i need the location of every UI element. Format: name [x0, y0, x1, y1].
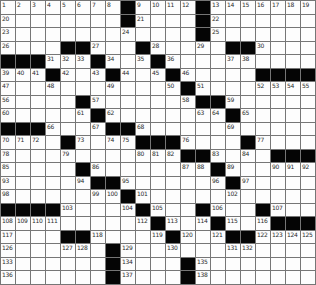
cell-r2-c1[interactable]: 20	[1, 15, 16, 29]
cell-r18-c4[interactable]	[46, 231, 61, 245]
cell-r21-c17[interactable]	[241, 271, 256, 285]
cell-r1-c5[interactable]: 5	[61, 1, 76, 15]
cell-r3-c19[interactable]	[271, 28, 286, 42]
cell-r9-c12[interactable]	[166, 109, 181, 123]
cell-r8-c18[interactable]	[256, 96, 271, 110]
cell-r7-c16[interactable]	[226, 82, 241, 96]
cell-r5-c8[interactable]: 34	[106, 55, 121, 69]
cell-r17-c3[interactable]: 110	[31, 217, 46, 231]
cell-r19-c10[interactable]	[136, 244, 151, 258]
cell-r16-c6[interactable]	[76, 204, 91, 218]
cell-r6-c5[interactable]: 42	[61, 69, 76, 83]
cell-r2-c16[interactable]	[226, 15, 241, 29]
cell-r20-c17[interactable]	[241, 258, 256, 272]
cell-r14-c15[interactable]: 96	[211, 177, 226, 191]
cell-r20-c6[interactable]	[76, 258, 91, 272]
cell-r14-c3[interactable]	[31, 177, 46, 191]
cell-r3-c3[interactable]	[31, 28, 46, 42]
cell-r11-c7[interactable]	[91, 136, 106, 150]
cell-r2-c4[interactable]	[46, 15, 61, 29]
cell-r11-c16[interactable]	[226, 136, 241, 150]
cell-r14-c14[interactable]	[196, 177, 211, 191]
cell-r16-c20[interactable]	[286, 204, 301, 218]
cell-r19-c1[interactable]: 126	[1, 244, 16, 258]
cell-r13-c1[interactable]: 85	[1, 163, 16, 177]
cell-r18-c2[interactable]	[16, 231, 31, 245]
cell-r9-c13[interactable]	[181, 109, 196, 123]
cell-r11-c15[interactable]	[211, 136, 226, 150]
cell-r20-c11[interactable]	[151, 258, 166, 272]
cell-r16-c12[interactable]	[166, 204, 181, 218]
cell-r8-c21[interactable]	[301, 96, 316, 110]
cell-r8-c17[interactable]	[241, 96, 256, 110]
cell-r9-c9[interactable]	[121, 109, 136, 123]
cell-r11-c1[interactable]: 70	[1, 136, 16, 150]
cell-r12-c5[interactable]: 79	[61, 150, 76, 164]
cell-r15-c7[interactable]: 99	[91, 190, 106, 204]
cell-r14-c20[interactable]	[286, 177, 301, 191]
cell-r20-c15[interactable]	[211, 258, 226, 272]
cell-r4-c8[interactable]	[106, 42, 121, 56]
cell-r2-c2[interactable]	[16, 15, 31, 29]
cell-r5-c16[interactable]: 37	[226, 55, 241, 69]
cell-r7-c9[interactable]	[121, 82, 136, 96]
cell-r3-c6[interactable]	[76, 28, 91, 42]
cell-r12-c7[interactable]	[91, 150, 106, 164]
cell-r12-c11[interactable]: 81	[151, 150, 166, 164]
cell-r1-c15[interactable]: 13	[211, 1, 226, 15]
cell-r14-c13[interactable]	[181, 177, 196, 191]
cell-r10-c21[interactable]	[301, 123, 316, 137]
cell-r13-c9[interactable]	[121, 163, 136, 177]
cell-r12-c4[interactable]	[46, 150, 61, 164]
cell-r15-c16[interactable]: 102	[226, 190, 241, 204]
cell-r10-c12[interactable]	[166, 123, 181, 137]
cell-r11-c3[interactable]: 72	[31, 136, 46, 150]
cell-r9-c14[interactable]: 63	[196, 109, 211, 123]
cell-r13-c11[interactable]	[151, 163, 166, 177]
cell-r5-c5[interactable]: 32	[61, 55, 76, 69]
cell-r2-c15[interactable]: 22	[211, 15, 226, 29]
cell-r18-c7[interactable]: 118	[91, 231, 106, 245]
cell-r7-c3[interactable]	[31, 82, 46, 96]
cell-r6-c13[interactable]: 46	[181, 69, 196, 83]
cell-r16-c16[interactable]	[226, 204, 241, 218]
cell-r14-c5[interactable]	[61, 177, 76, 191]
cell-r11-c4[interactable]	[46, 136, 61, 150]
cell-r7-c19[interactable]: 53	[271, 82, 286, 96]
cell-r4-c12[interactable]	[166, 42, 181, 56]
cell-r21-c19[interactable]	[271, 271, 286, 285]
cell-r6-c17[interactable]	[241, 69, 256, 83]
cell-r6-c2[interactable]: 40	[16, 69, 31, 83]
cell-r21-c4[interactable]	[46, 271, 61, 285]
cell-r14-c18[interactable]	[256, 177, 271, 191]
cell-r5-c6[interactable]: 33	[76, 55, 91, 69]
cell-r3-c18[interactable]	[256, 28, 271, 42]
cell-r10-c6[interactable]	[76, 123, 91, 137]
cell-r10-c7[interactable]: 67	[91, 123, 106, 137]
cell-r13-c10[interactable]	[136, 163, 151, 177]
cell-r20-c18[interactable]	[256, 258, 271, 272]
cell-r10-c4[interactable]: 66	[46, 123, 61, 137]
cell-r17-c5[interactable]	[61, 217, 76, 231]
cell-r17-c2[interactable]: 109	[16, 217, 31, 231]
cell-r19-c3[interactable]	[31, 244, 46, 258]
cell-r12-c2[interactable]	[16, 150, 31, 164]
cell-r4-c15[interactable]	[211, 42, 226, 56]
cell-r7-c14[interactable]: 51	[196, 82, 211, 96]
cell-r10-c20[interactable]	[286, 123, 301, 137]
cell-r7-c2[interactable]	[16, 82, 31, 96]
cell-r1-c1[interactable]: 1	[1, 1, 16, 15]
cell-r13-c4[interactable]	[46, 163, 61, 177]
cell-r13-c12[interactable]	[166, 163, 181, 177]
cell-r12-c1[interactable]: 78	[1, 150, 16, 164]
cell-r12-c16[interactable]	[226, 150, 241, 164]
cell-r3-c8[interactable]	[106, 28, 121, 42]
cell-r2-c7[interactable]	[91, 15, 106, 29]
cell-r16-c9[interactable]: 104	[121, 204, 136, 218]
cell-r7-c10[interactable]	[136, 82, 151, 96]
cell-r5-c21[interactable]	[301, 55, 316, 69]
cell-r9-c17[interactable]: 65	[241, 109, 256, 123]
cell-r18-c11[interactable]: 119	[151, 231, 166, 245]
cell-r9-c10[interactable]	[136, 109, 151, 123]
cell-r13-c13[interactable]: 87	[181, 163, 196, 177]
cell-r21-c9[interactable]: 137	[121, 271, 136, 285]
cell-r12-c15[interactable]: 83	[211, 150, 226, 164]
cell-r3-c11[interactable]	[151, 28, 166, 42]
cell-r20-c12[interactable]	[166, 258, 181, 272]
cell-r10-c5[interactable]	[61, 123, 76, 137]
cell-r18-c8[interactable]	[106, 231, 121, 245]
cell-r21-c12[interactable]	[166, 271, 181, 285]
cell-r3-c20[interactable]	[286, 28, 301, 42]
cell-r14-c11[interactable]	[151, 177, 166, 191]
cell-r21-c20[interactable]	[286, 271, 301, 285]
cell-r18-c18[interactable]: 122	[256, 231, 271, 245]
cell-r19-c11[interactable]	[151, 244, 166, 258]
cell-r14-c9[interactable]: 95	[121, 177, 136, 191]
cell-r18-c3[interactable]	[31, 231, 46, 245]
cell-r14-c6[interactable]: 94	[76, 177, 91, 191]
cell-r15-c3[interactable]	[31, 190, 46, 204]
cell-r19-c12[interactable]: 130	[166, 244, 181, 258]
cell-r13-c19[interactable]: 90	[271, 163, 286, 177]
cell-r21-c21[interactable]	[301, 271, 316, 285]
cell-r9-c1[interactable]: 60	[1, 109, 16, 123]
cell-r14-c21[interactable]	[301, 177, 316, 191]
cell-r15-c4[interactable]	[46, 190, 61, 204]
cell-r21-c3[interactable]	[31, 271, 46, 285]
cell-r5-c10[interactable]: 35	[136, 55, 151, 69]
cell-r5-c9[interactable]	[121, 55, 136, 69]
cell-r17-c10[interactable]: 112	[136, 217, 151, 231]
cell-r20-c14[interactable]: 135	[196, 258, 211, 272]
cell-r13-c8[interactable]	[106, 163, 121, 177]
cell-r8-c9[interactable]	[121, 96, 136, 110]
cell-r15-c14[interactable]	[196, 190, 211, 204]
cell-r16-c17[interactable]	[241, 204, 256, 218]
cell-r2-c8[interactable]	[106, 15, 121, 29]
cell-r2-c6[interactable]	[76, 15, 91, 29]
cell-r19-c5[interactable]: 127	[61, 244, 76, 258]
cell-r4-c9[interactable]	[121, 42, 136, 56]
cell-r10-c19[interactable]	[271, 123, 286, 137]
cell-r2-c19[interactable]	[271, 15, 286, 29]
cell-r4-c19[interactable]	[271, 42, 286, 56]
cell-r9-c20[interactable]	[286, 109, 301, 123]
cell-r11-c18[interactable]: 77	[256, 136, 271, 150]
cell-r17-c13[interactable]	[181, 217, 196, 231]
cell-r9-c11[interactable]	[151, 109, 166, 123]
cell-r17-c14[interactable]: 114	[196, 217, 211, 231]
cell-r2-c12[interactable]	[166, 15, 181, 29]
cell-r21-c11[interactable]	[151, 271, 166, 285]
cell-r1-c13[interactable]: 12	[181, 1, 196, 15]
cell-r21-c18[interactable]	[256, 271, 271, 285]
cell-r3-c1[interactable]: 23	[1, 28, 16, 42]
cell-r4-c13[interactable]	[181, 42, 196, 56]
cell-r1-c7[interactable]: 7	[91, 1, 106, 15]
cell-r6-c6[interactable]	[76, 69, 91, 83]
cell-r11-c20[interactable]	[286, 136, 301, 150]
cell-r1-c4[interactable]: 4	[46, 1, 61, 15]
cell-r15-c2[interactable]	[16, 190, 31, 204]
cell-r18-c9[interactable]	[121, 231, 136, 245]
cell-r19-c9[interactable]: 129	[121, 244, 136, 258]
cell-r18-c15[interactable]: 121	[211, 231, 226, 245]
cell-r21-c15[interactable]	[211, 271, 226, 285]
cell-r4-c14[interactable]: 29	[196, 42, 211, 56]
cell-r6-c7[interactable]: 43	[91, 69, 106, 83]
cell-r11-c14[interactable]	[196, 136, 211, 150]
cell-r11-c19[interactable]	[271, 136, 286, 150]
cell-r5-c13[interactable]	[181, 55, 196, 69]
cell-r11-c2[interactable]: 71	[16, 136, 31, 150]
cell-r21-c10[interactable]	[136, 271, 151, 285]
cell-r20-c5[interactable]	[61, 258, 76, 272]
cell-r6-c1[interactable]: 39	[1, 69, 16, 83]
cell-r7-c15[interactable]	[211, 82, 226, 96]
cell-r17-c12[interactable]: 113	[166, 217, 181, 231]
cell-r5-c18[interactable]	[256, 55, 271, 69]
cell-r10-c18[interactable]	[256, 123, 271, 137]
cell-r1-c8[interactable]: 8	[106, 1, 121, 15]
cell-r8-c19[interactable]	[271, 96, 286, 110]
cell-r3-c16[interactable]	[226, 28, 241, 42]
cell-r14-c10[interactable]	[136, 177, 151, 191]
cell-r12-c8[interactable]	[106, 150, 121, 164]
cell-r13-c2[interactable]	[16, 163, 31, 177]
cell-r1-c18[interactable]: 16	[256, 1, 271, 15]
cell-r11-c21[interactable]	[301, 136, 316, 150]
cell-r16-c7[interactable]	[91, 204, 106, 218]
cell-r4-c11[interactable]: 28	[151, 42, 166, 56]
cell-r3-c4[interactable]	[46, 28, 61, 42]
cell-r13-c5[interactable]	[61, 163, 76, 177]
cell-r19-c18[interactable]	[256, 244, 271, 258]
cell-r1-c19[interactable]: 17	[271, 1, 286, 15]
cell-r18-c1[interactable]: 117	[1, 231, 16, 245]
cell-r13-c16[interactable]: 89	[226, 163, 241, 177]
cell-r8-c12[interactable]	[166, 96, 181, 110]
cell-r7-c20[interactable]: 54	[286, 82, 301, 96]
cell-r14-c19[interactable]	[271, 177, 286, 191]
cell-r7-c4[interactable]: 48	[46, 82, 61, 96]
cell-r20-c10[interactable]	[136, 258, 151, 272]
cell-r8-c20[interactable]	[286, 96, 301, 110]
cell-r5-c20[interactable]	[286, 55, 301, 69]
cell-r3-c13[interactable]	[181, 28, 196, 42]
cell-r9-c6[interactable]: 61	[76, 109, 91, 123]
cell-r18-c13[interactable]: 120	[181, 231, 196, 245]
cell-r4-c18[interactable]: 30	[256, 42, 271, 56]
cell-r13-c7[interactable]: 86	[91, 163, 106, 177]
cell-r20-c1[interactable]: 133	[1, 258, 16, 272]
cell-r1-c3[interactable]: 3	[31, 1, 46, 15]
cell-r19-c6[interactable]: 128	[76, 244, 91, 258]
cell-r16-c8[interactable]	[106, 204, 121, 218]
cell-r13-c21[interactable]: 92	[301, 163, 316, 177]
cell-r19-c19[interactable]	[271, 244, 286, 258]
cell-r14-c2[interactable]	[16, 177, 31, 191]
cell-r17-c6[interactable]	[76, 217, 91, 231]
cell-r16-c19[interactable]: 107	[271, 204, 286, 218]
cell-r3-c10[interactable]	[136, 28, 151, 42]
cell-r20-c16[interactable]	[226, 258, 241, 272]
cell-r7-c12[interactable]: 50	[166, 82, 181, 96]
cell-r4-c1[interactable]: 26	[1, 42, 16, 56]
cell-r21-c1[interactable]: 136	[1, 271, 16, 285]
cell-r3-c7[interactable]	[91, 28, 106, 42]
cell-r3-c15[interactable]: 25	[211, 28, 226, 42]
cell-r21-c2[interactable]	[16, 271, 31, 285]
cell-r20-c19[interactable]	[271, 258, 286, 272]
cell-r10-c11[interactable]	[151, 123, 166, 137]
cell-r20-c20[interactable]	[286, 258, 301, 272]
cell-r3-c9[interactable]: 24	[121, 28, 136, 42]
cell-r15-c10[interactable]: 101	[136, 190, 151, 204]
cell-r8-c7[interactable]: 57	[91, 96, 106, 110]
cell-r9-c18[interactable]	[256, 109, 271, 123]
cell-r15-c13[interactable]	[181, 190, 196, 204]
cell-r20-c3[interactable]	[31, 258, 46, 272]
cell-r12-c6[interactable]	[76, 150, 91, 164]
cell-r15-c12[interactable]	[166, 190, 181, 204]
cell-r8-c13[interactable]: 58	[181, 96, 196, 110]
cell-r13-c18[interactable]	[256, 163, 271, 177]
cell-r9-c2[interactable]	[16, 109, 31, 123]
cell-r9-c19[interactable]	[271, 109, 286, 123]
cell-r10-c13[interactable]	[181, 123, 196, 137]
cell-r20-c2[interactable]	[16, 258, 31, 272]
cell-r9-c3[interactable]	[31, 109, 46, 123]
cell-r15-c8[interactable]: 100	[106, 190, 121, 204]
cell-r17-c7[interactable]	[91, 217, 106, 231]
cell-r8-c10[interactable]	[136, 96, 151, 110]
cell-r13-c3[interactable]	[31, 163, 46, 177]
cell-r2-c3[interactable]	[31, 15, 46, 29]
cell-r21-c16[interactable]	[226, 271, 241, 285]
cell-r19-c20[interactable]	[286, 244, 301, 258]
cell-r8-c16[interactable]: 59	[226, 96, 241, 110]
cell-r3-c17[interactable]	[241, 28, 256, 42]
cell-r4-c2[interactable]	[16, 42, 31, 56]
cell-r9-c5[interactable]	[61, 109, 76, 123]
cell-r11-c6[interactable]: 73	[76, 136, 91, 150]
cell-r15-c17[interactable]	[241, 190, 256, 204]
cell-r12-c17[interactable]: 84	[241, 150, 256, 164]
cell-r1-c12[interactable]: 11	[166, 1, 181, 15]
cell-r17-c4[interactable]: 111	[46, 217, 61, 231]
cell-r6-c15[interactable]	[211, 69, 226, 83]
cell-r15-c11[interactable]	[151, 190, 166, 204]
cell-r21-c6[interactable]	[76, 271, 91, 285]
cell-r19-c13[interactable]	[181, 244, 196, 258]
cell-r7-c8[interactable]: 49	[106, 82, 121, 96]
cell-r6-c3[interactable]: 41	[31, 69, 46, 83]
cell-r14-c1[interactable]: 93	[1, 177, 16, 191]
cell-r21-c14[interactable]: 138	[196, 271, 211, 285]
cell-r7-c6[interactable]	[76, 82, 91, 96]
cell-r20-c4[interactable]	[46, 258, 61, 272]
cell-r6-c11[interactable]: 45	[151, 69, 166, 83]
cell-r8-c3[interactable]	[31, 96, 46, 110]
cell-r10-c16[interactable]: 69	[226, 123, 241, 137]
cell-r19-c15[interactable]	[211, 244, 226, 258]
cell-r2-c17[interactable]	[241, 15, 256, 29]
cell-r9-c21[interactable]	[301, 109, 316, 123]
cell-r19-c14[interactable]	[196, 244, 211, 258]
cell-r14-c17[interactable]: 97	[241, 177, 256, 191]
cell-r15-c5[interactable]	[61, 190, 76, 204]
cell-r9-c15[interactable]: 64	[211, 109, 226, 123]
cell-r18-c10[interactable]	[136, 231, 151, 245]
cell-r8-c2[interactable]	[16, 96, 31, 110]
cell-r6-c16[interactable]	[226, 69, 241, 83]
cell-r15-c15[interactable]	[211, 190, 226, 204]
cell-r17-c1[interactable]: 108	[1, 217, 16, 231]
cell-r2-c10[interactable]: 21	[136, 15, 151, 29]
cell-r4-c7[interactable]: 27	[91, 42, 106, 56]
cell-r4-c20[interactable]	[286, 42, 301, 56]
cell-r1-c11[interactable]: 10	[151, 1, 166, 15]
cell-r15-c20[interactable]	[286, 190, 301, 204]
cell-r6-c10[interactable]	[136, 69, 151, 83]
cell-r1-c17[interactable]: 15	[241, 1, 256, 15]
cell-r19-c4[interactable]	[46, 244, 61, 258]
cell-r18-c19[interactable]: 123	[271, 231, 286, 245]
cell-r8-c8[interactable]	[106, 96, 121, 110]
cell-r2-c21[interactable]	[301, 15, 316, 29]
cell-r10-c15[interactable]	[211, 123, 226, 137]
cell-r8-c1[interactable]: 56	[1, 96, 16, 110]
cell-r17-c17[interactable]	[241, 217, 256, 231]
cell-r19-c16[interactable]: 131	[226, 244, 241, 258]
cell-r3-c2[interactable]	[16, 28, 31, 42]
cell-r5-c14[interactable]	[196, 55, 211, 69]
cell-r2-c11[interactable]	[151, 15, 166, 29]
cell-r14-c4[interactable]	[46, 177, 61, 191]
cell-r17-c8[interactable]	[106, 217, 121, 231]
cell-r2-c13[interactable]	[181, 15, 196, 29]
cell-r20-c21[interactable]	[301, 258, 316, 272]
cell-r2-c5[interactable]	[61, 15, 76, 29]
cell-r5-c15[interactable]	[211, 55, 226, 69]
cell-r15-c21[interactable]	[301, 190, 316, 204]
